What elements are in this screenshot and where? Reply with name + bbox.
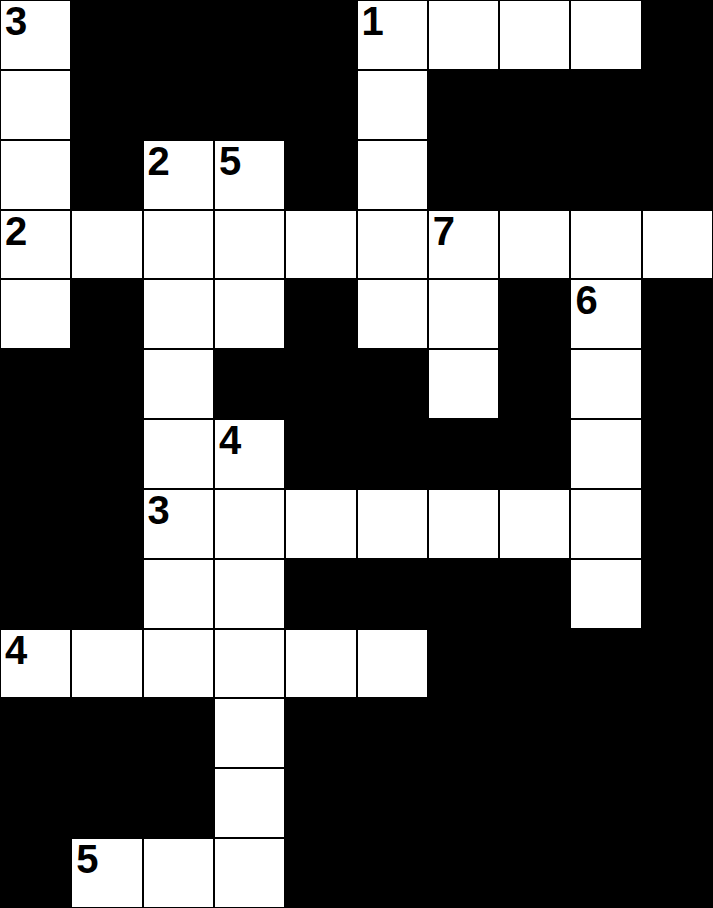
cell-r2-c1[interactable] [0, 70, 71, 140]
cell-r3-c7 [428, 140, 499, 210]
cell-r7-c3[interactable] [143, 419, 214, 489]
cell-r9-c2 [71, 559, 142, 629]
cell-r2-c9 [570, 70, 641, 140]
cell-r3-c10 [642, 140, 713, 210]
cell-r1-c2 [71, 0, 142, 70]
cell-r10-c2[interactable] [71, 629, 142, 699]
cell-r9-c8 [499, 559, 570, 629]
cell-r7-c10 [642, 419, 713, 489]
cell-r5-c10 [642, 279, 713, 349]
cell-r3-c9 [570, 140, 641, 210]
cell-r13-c6 [357, 838, 428, 908]
cell-r12-c2 [71, 768, 142, 838]
cell-r2-c2 [71, 70, 142, 140]
cell-r3-c5 [285, 140, 356, 210]
cell-r5-c8 [499, 279, 570, 349]
cell-r1-c10 [642, 0, 713, 70]
cell-r5-c3[interactable] [143, 279, 214, 349]
cell-r4-c9[interactable] [570, 210, 641, 280]
cell-r6-c1 [0, 349, 71, 419]
cell-r8-c5[interactable] [285, 489, 356, 559]
cell-r1-c4 [214, 0, 285, 70]
cell-r7-c6 [357, 419, 428, 489]
cell-r8-c2 [71, 489, 142, 559]
cell-r7-c1 [0, 419, 71, 489]
cell-r10-c1[interactable]: 4 [0, 629, 71, 699]
cell-r8-c4[interactable] [214, 489, 285, 559]
cell-r11-c9 [570, 698, 641, 768]
clue-number-7: 7 [433, 208, 454, 255]
cell-r9-c6 [357, 559, 428, 629]
cell-r6-c9[interactable] [570, 349, 641, 419]
cell-r10-c9 [570, 629, 641, 699]
cell-r13-c1 [0, 838, 71, 908]
cell-r10-c7 [428, 629, 499, 699]
cell-r3-c1[interactable] [0, 140, 71, 210]
cell-r3-c4[interactable]: 5 [214, 140, 285, 210]
cell-r3-c6[interactable] [357, 140, 428, 210]
cell-r4-c7[interactable]: 7 [428, 210, 499, 280]
clue-number-4: 4 [5, 627, 26, 674]
cell-r12-c10 [642, 768, 713, 838]
cell-r13-c8 [499, 838, 570, 908]
cell-r6-c5 [285, 349, 356, 419]
cell-r13-c5 [285, 838, 356, 908]
cell-r11-c10 [642, 698, 713, 768]
cell-r10-c6[interactable] [357, 629, 428, 699]
cell-r5-c4[interactable] [214, 279, 285, 349]
cell-r3-c8 [499, 140, 570, 210]
cell-r7-c4[interactable]: 4 [214, 419, 285, 489]
cell-r1-c1[interactable]: 3 [0, 0, 71, 70]
cell-r12-c8 [499, 768, 570, 838]
cell-r5-c1[interactable] [0, 279, 71, 349]
cell-r10-c3[interactable] [143, 629, 214, 699]
clue-number-1: 1 [362, 0, 383, 45]
cell-r6-c10 [642, 349, 713, 419]
cell-r8-c7[interactable] [428, 489, 499, 559]
cell-r9-c7 [428, 559, 499, 629]
cell-r9-c9[interactable] [570, 559, 641, 629]
cell-r5-c2 [71, 279, 142, 349]
cell-r8-c10 [642, 489, 713, 559]
cell-r5-c6[interactable] [357, 279, 428, 349]
cell-r11-c8 [499, 698, 570, 768]
cell-r1-c6[interactable]: 1 [357, 0, 428, 70]
cell-r4-c4[interactable] [214, 210, 285, 280]
cell-r11-c5 [285, 698, 356, 768]
cell-r3-c3[interactable]: 2 [143, 140, 214, 210]
cell-r13-c9 [570, 838, 641, 908]
cell-r13-c4[interactable] [214, 838, 285, 908]
cell-r4-c8[interactable] [499, 210, 570, 280]
cell-r12-c5 [285, 768, 356, 838]
cell-r11-c6 [357, 698, 428, 768]
cell-r1-c7[interactable] [428, 0, 499, 70]
cell-r2-c6[interactable] [357, 70, 428, 140]
clue-number-4: 4 [219, 417, 240, 464]
cell-r12-c7 [428, 768, 499, 838]
clue-number-3: 3 [148, 487, 169, 534]
cell-r6-c3[interactable] [143, 349, 214, 419]
cell-r8-c9[interactable] [570, 489, 641, 559]
clue-number-5: 5 [76, 836, 97, 883]
cell-r6-c4 [214, 349, 285, 419]
cell-r8-c3[interactable]: 3 [143, 489, 214, 559]
cell-r13-c10 [642, 838, 713, 908]
cell-r4-c2[interactable] [71, 210, 142, 280]
cell-r11-c2 [71, 698, 142, 768]
clue-number-5: 5 [219, 138, 240, 185]
cell-r2-c8 [499, 70, 570, 140]
cell-r13-c3[interactable] [143, 838, 214, 908]
cell-r3-c2 [71, 140, 142, 210]
cell-r10-c4[interactable] [214, 629, 285, 699]
cell-r1-c8[interactable] [499, 0, 570, 70]
clue-number-3: 3 [5, 0, 26, 45]
cell-r7-c2 [71, 419, 142, 489]
cell-r9-c10 [642, 559, 713, 629]
cell-r6-c8 [499, 349, 570, 419]
cell-r2-c7 [428, 70, 499, 140]
cell-r4-c10[interactable] [642, 210, 713, 280]
cell-r10-c10 [642, 629, 713, 699]
cell-r12-c4[interactable] [214, 768, 285, 838]
cell-r10-c8 [499, 629, 570, 699]
cell-r4-c3[interactable] [143, 210, 214, 280]
clue-number-6: 6 [575, 277, 596, 324]
cell-r9-c1 [0, 559, 71, 629]
cell-r2-c5 [285, 70, 356, 140]
cell-r2-c4 [214, 70, 285, 140]
cell-r12-c3 [143, 768, 214, 838]
cell-r2-c3 [143, 70, 214, 140]
clue-number-2: 2 [5, 208, 26, 255]
cell-r7-c7 [428, 419, 499, 489]
cell-r11-c7 [428, 698, 499, 768]
cell-r5-c7[interactable] [428, 279, 499, 349]
cell-r4-c1[interactable]: 2 [0, 210, 71, 280]
cell-r1-c9[interactable] [570, 0, 641, 70]
cell-r11-c1 [0, 698, 71, 768]
cell-r6-c6 [357, 349, 428, 419]
cell-r6-c7[interactable] [428, 349, 499, 419]
cell-r12-c9 [570, 768, 641, 838]
cell-r4-c5[interactable] [285, 210, 356, 280]
cell-r8-c6[interactable] [357, 489, 428, 559]
cell-r1-c3 [143, 0, 214, 70]
cell-r2-c10 [642, 70, 713, 140]
cell-r9-c4[interactable] [214, 559, 285, 629]
cell-r4-c6[interactable] [357, 210, 428, 280]
cell-r1-c5 [285, 0, 356, 70]
crossword-board: 31252764345 [0, 0, 713, 908]
cell-r11-c4[interactable] [214, 698, 285, 768]
cell-r8-c8[interactable] [499, 489, 570, 559]
cell-r7-c8 [499, 419, 570, 489]
cell-r9-c3[interactable] [143, 559, 214, 629]
cell-r9-c5 [285, 559, 356, 629]
cell-r12-c1 [0, 768, 71, 838]
cell-r7-c9[interactable] [570, 419, 641, 489]
cell-r8-c1 [0, 489, 71, 559]
crossword-puzzle: 31252764345 [0, 0, 713, 908]
cell-r7-c5 [285, 419, 356, 489]
clue-number-2: 2 [148, 138, 169, 185]
cell-r5-c9[interactable]: 6 [570, 279, 641, 349]
cell-r5-c5 [285, 279, 356, 349]
cell-r12-c6 [357, 768, 428, 838]
cell-r13-c2[interactable]: 5 [71, 838, 142, 908]
cell-r6-c2 [71, 349, 142, 419]
cell-r11-c3 [143, 698, 214, 768]
cell-r13-c7 [428, 838, 499, 908]
cell-r10-c5[interactable] [285, 629, 356, 699]
